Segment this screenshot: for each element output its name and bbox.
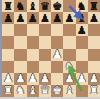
piece-black-pawn[interactable]: ♟ xyxy=(3,12,13,23)
square-b7[interactable]: ♟ xyxy=(14,12,26,24)
square-a2[interactable]: ♟ xyxy=(2,73,14,85)
square-c3[interactable] xyxy=(27,61,39,73)
piece-white-rook[interactable]: ♜ xyxy=(89,85,99,96)
square-e4[interactable]: ♟ xyxy=(51,49,63,61)
piece-black-pawn[interactable]: ♟ xyxy=(28,12,38,23)
square-e8[interactable]: ♚ xyxy=(51,0,63,12)
window-edge-left xyxy=(0,0,2,99)
square-f4[interactable] xyxy=(63,49,75,61)
piece-black-bishop[interactable]: ♝ xyxy=(77,12,87,23)
square-f7[interactable]: ♟ xyxy=(63,12,75,24)
piece-white-pawn[interactable]: ♟ xyxy=(89,73,99,84)
square-a7[interactable]: ♟ xyxy=(2,12,14,24)
square-b1[interactable]: ♞ xyxy=(14,85,26,97)
square-d7[interactable]: ♟ xyxy=(39,12,51,24)
square-b2[interactable]: ♟ xyxy=(14,73,26,85)
piece-black-rook[interactable]: ♜ xyxy=(89,0,99,11)
square-h6[interactable] xyxy=(88,24,100,36)
square-c7[interactable]: ♟ xyxy=(27,12,39,24)
piece-black-pawn[interactable]: ♟ xyxy=(64,12,74,23)
square-f1[interactable]: ♝ xyxy=(63,85,75,97)
square-e2[interactable] xyxy=(51,73,63,85)
square-f3[interactable]: ♞ xyxy=(63,61,75,73)
square-b6[interactable] xyxy=(14,24,26,36)
square-d1[interactable]: ♛ xyxy=(39,85,51,97)
square-h1[interactable]: ♜ xyxy=(88,85,100,97)
square-a3[interactable] xyxy=(2,61,14,73)
square-c6[interactable] xyxy=(27,24,39,36)
piece-white-rook[interactable]: ♜ xyxy=(3,85,13,96)
square-a1[interactable]: ♜ xyxy=(2,85,14,97)
square-h2[interactable]: ♟ xyxy=(88,73,100,85)
chess-board: ♜♞♝♛♚♞♜♟♟♟♟♟♟♝♟♟♟♞♟♟♟♟♟♟♟♜♞♝♛♚♝♜ xyxy=(2,0,100,97)
square-h4[interactable] xyxy=(88,49,100,61)
square-d4[interactable] xyxy=(39,49,51,61)
square-c5[interactable] xyxy=(27,36,39,48)
square-e7[interactable]: ♟ xyxy=(51,12,63,24)
square-h5[interactable] xyxy=(88,36,100,48)
square-c1[interactable]: ♝ xyxy=(27,85,39,97)
piece-black-king[interactable]: ♚ xyxy=(52,0,62,11)
square-d8[interactable]: ♛ xyxy=(39,0,51,12)
square-b5[interactable] xyxy=(14,36,26,48)
square-b3[interactable] xyxy=(14,61,26,73)
square-e5[interactable] xyxy=(51,36,63,48)
square-d3[interactable] xyxy=(39,61,51,73)
piece-white-king[interactable]: ♚ xyxy=(52,85,62,96)
piece-white-knight[interactable]: ♞ xyxy=(15,85,25,96)
piece-white-queen[interactable]: ♛ xyxy=(40,85,50,96)
chess-app-window: ♜♞♝♛♚♞♜♟♟♟♟♟♟♝♟♟♟♞♟♟♟♟♟♟♟♜♞♝♛♚♝♜ xyxy=(0,0,100,99)
piece-black-pawn[interactable]: ♟ xyxy=(15,12,25,23)
piece-white-bishop[interactable]: ♝ xyxy=(64,85,74,96)
piece-black-pawn[interactable]: ♟ xyxy=(77,24,87,35)
square-f6[interactable] xyxy=(63,24,75,36)
square-e1[interactable]: ♚ xyxy=(51,85,63,97)
square-f8[interactable] xyxy=(63,0,75,12)
piece-black-bishop[interactable]: ♝ xyxy=(28,0,38,11)
square-g8[interactable]: ♞ xyxy=(76,0,88,12)
square-h8[interactable]: ♜ xyxy=(88,0,100,12)
piece-black-pawn[interactable]: ♟ xyxy=(52,12,62,23)
square-h3[interactable] xyxy=(88,61,100,73)
piece-black-queen[interactable]: ♛ xyxy=(40,0,50,11)
piece-white-bishop[interactable]: ♝ xyxy=(28,85,38,96)
square-g2[interactable]: ♟ xyxy=(76,73,88,85)
square-a8[interactable]: ♜ xyxy=(2,0,14,12)
piece-black-knight[interactable]: ♞ xyxy=(77,0,87,11)
square-b4[interactable] xyxy=(14,49,26,61)
piece-black-knight[interactable]: ♞ xyxy=(15,0,25,11)
square-c8[interactable]: ♝ xyxy=(27,0,39,12)
square-a6[interactable] xyxy=(2,24,14,36)
square-c4[interactable] xyxy=(27,49,39,61)
square-a5[interactable] xyxy=(2,36,14,48)
square-f2[interactable]: ♟ xyxy=(63,73,75,85)
square-e3[interactable] xyxy=(51,61,63,73)
square-d6[interactable] xyxy=(39,24,51,36)
piece-black-pawn[interactable]: ♟ xyxy=(89,12,99,23)
piece-black-rook[interactable]: ♜ xyxy=(3,0,13,11)
square-g1[interactable] xyxy=(76,85,88,97)
piece-white-knight[interactable]: ♞ xyxy=(64,61,74,72)
window-edge-bottom xyxy=(0,97,100,99)
piece-white-pawn[interactable]: ♟ xyxy=(64,73,74,84)
square-g7[interactable]: ♝ xyxy=(76,12,88,24)
square-d5[interactable] xyxy=(39,36,51,48)
square-b8[interactable]: ♞ xyxy=(14,0,26,12)
square-g3[interactable] xyxy=(76,61,88,73)
square-g5[interactable] xyxy=(76,36,88,48)
piece-black-pawn[interactable]: ♟ xyxy=(40,12,50,23)
square-h7[interactable]: ♟ xyxy=(88,12,100,24)
piece-white-pawn[interactable]: ♟ xyxy=(3,73,13,84)
square-a4[interactable] xyxy=(2,49,14,61)
square-f5[interactable] xyxy=(63,36,75,48)
square-c2[interactable]: ♟ xyxy=(27,73,39,85)
square-d2[interactable]: ♟ xyxy=(39,73,51,85)
piece-white-pawn[interactable]: ♟ xyxy=(52,49,62,60)
square-e6[interactable] xyxy=(51,24,63,36)
piece-white-pawn[interactable]: ♟ xyxy=(15,73,25,84)
piece-white-pawn[interactable]: ♟ xyxy=(40,73,50,84)
piece-white-pawn[interactable]: ♟ xyxy=(77,73,87,84)
square-g6[interactable]: ♟ xyxy=(76,24,88,36)
square-g4[interactable] xyxy=(76,49,88,61)
piece-white-pawn[interactable]: ♟ xyxy=(28,73,38,84)
